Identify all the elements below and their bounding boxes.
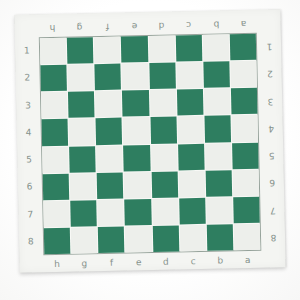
rank-label: 3 [25, 92, 32, 119]
square-b4[interactable] [204, 116, 231, 143]
square-c3[interactable] [177, 89, 204, 116]
square-b5[interactable] [205, 143, 232, 170]
square-g8[interactable] [71, 227, 98, 254]
square-e7[interactable] [125, 199, 152, 226]
file-label: b [202, 19, 229, 29]
rank-label: 2 [24, 65, 31, 92]
square-f1[interactable] [94, 37, 121, 64]
photo-background: hgfedcba 12345678 12345678 hgfedcba [0, 0, 300, 300]
rank-label: 2 [266, 60, 273, 87]
square-h2[interactable] [40, 65, 67, 92]
file-label: e [120, 21, 147, 31]
square-a4[interactable] [231, 115, 258, 142]
square-d8[interactable] [152, 225, 179, 252]
square-h6[interactable] [43, 173, 70, 200]
file-label: g [71, 259, 98, 269]
rank-label: 6 [268, 169, 275, 196]
square-a8[interactable] [234, 224, 261, 251]
rank-label: 5 [268, 141, 275, 168]
file-label: a [234, 256, 261, 266]
square-c8[interactable] [179, 225, 206, 252]
square-d3[interactable] [149, 90, 176, 117]
square-c2[interactable] [176, 62, 203, 89]
rank-label: 1 [24, 37, 31, 64]
square-g2[interactable] [68, 64, 95, 91]
square-e6[interactable] [124, 172, 151, 199]
square-g4[interactable] [69, 119, 96, 146]
square-d5[interactable] [151, 144, 178, 171]
chess-mat: hgfedcba 12345678 12345678 hgfedcba [14, 9, 285, 273]
square-d7[interactable] [152, 198, 179, 225]
file-label: a [229, 19, 256, 29]
rank-label: 7 [27, 201, 34, 228]
square-c1[interactable] [175, 35, 202, 62]
rank-label: 8 [28, 228, 35, 255]
rank-label: 7 [269, 196, 276, 223]
square-f5[interactable] [96, 145, 123, 172]
square-c5[interactable] [178, 143, 205, 170]
square-f4[interactable] [96, 118, 123, 145]
square-e1[interactable] [121, 36, 148, 63]
file-label: h [39, 23, 66, 33]
rank-label: 4 [25, 119, 32, 146]
square-f2[interactable] [95, 64, 122, 91]
square-e8[interactable] [125, 226, 152, 253]
rank-label: 3 [267, 87, 274, 114]
square-g6[interactable] [70, 173, 97, 200]
square-g1[interactable] [67, 37, 94, 64]
rank-labels-right: 12345678 [257, 32, 286, 250]
file-label: f [93, 22, 120, 32]
rank-label: 5 [26, 146, 33, 173]
rank-label: 1 [266, 32, 273, 59]
square-h3[interactable] [41, 92, 68, 119]
square-f3[interactable] [95, 91, 122, 118]
square-a6[interactable] [232, 169, 259, 196]
square-e4[interactable] [123, 117, 150, 144]
square-c7[interactable] [179, 198, 206, 225]
square-b6[interactable] [205, 170, 232, 197]
file-label: d [152, 257, 179, 267]
square-f8[interactable] [98, 226, 125, 253]
rank-label: 8 [270, 223, 277, 250]
file-label: c [180, 257, 207, 267]
square-h1[interactable] [40, 38, 67, 65]
file-label: c [175, 20, 202, 30]
square-g7[interactable] [70, 200, 97, 227]
square-b7[interactable] [206, 197, 233, 224]
square-b1[interactable] [203, 34, 230, 61]
square-a2[interactable] [230, 61, 257, 88]
file-labels-bottom: hgfedcba [43, 251, 261, 273]
square-h4[interactable] [42, 119, 69, 146]
square-d1[interactable] [148, 35, 175, 62]
chess-board[interactable] [39, 33, 262, 256]
square-h5[interactable] [42, 146, 69, 173]
square-b3[interactable] [204, 89, 231, 116]
rank-label: 6 [27, 174, 34, 201]
file-label: g [66, 22, 93, 32]
square-a3[interactable] [231, 88, 258, 115]
square-a7[interactable] [233, 196, 260, 223]
square-e5[interactable] [123, 145, 150, 172]
square-f7[interactable] [97, 199, 124, 226]
file-label: e [125, 258, 152, 268]
square-d2[interactable] [149, 63, 176, 90]
square-a5[interactable] [232, 142, 259, 169]
square-b8[interactable] [207, 224, 234, 251]
square-h8[interactable] [44, 228, 71, 255]
square-c4[interactable] [177, 116, 204, 143]
square-b2[interactable] [203, 61, 230, 88]
square-g3[interactable] [68, 91, 95, 118]
square-f6[interactable] [97, 172, 124, 199]
square-d4[interactable] [150, 117, 177, 144]
square-e3[interactable] [122, 90, 149, 117]
square-g5[interactable] [69, 146, 96, 173]
square-e2[interactable] [122, 63, 149, 90]
file-label: h [43, 260, 70, 270]
square-c6[interactable] [178, 170, 205, 197]
rank-label: 4 [267, 114, 274, 141]
file-label: f [98, 259, 125, 269]
file-label: d [147, 20, 174, 30]
square-d6[interactable] [151, 171, 178, 198]
square-a1[interactable] [230, 34, 257, 61]
square-h7[interactable] [43, 200, 70, 227]
file-label: b [207, 256, 234, 266]
